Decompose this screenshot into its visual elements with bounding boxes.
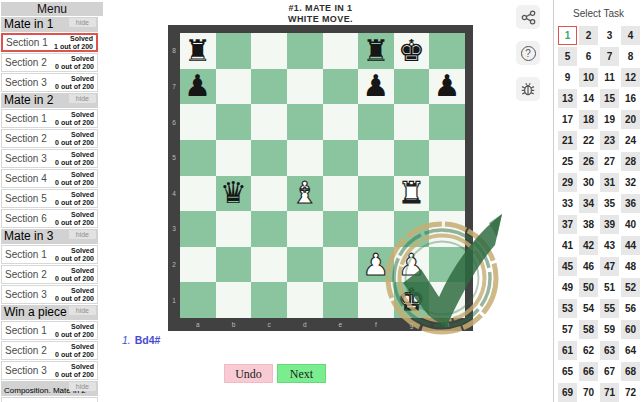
hide-button[interactable]: hide	[69, 306, 96, 315]
square-h8[interactable]	[429, 33, 465, 69]
task-number-28[interactable]: 28	[621, 152, 640, 171]
square-h5[interactable]	[429, 140, 465, 176]
help-button[interactable]: ?	[516, 41, 540, 65]
section-label: Section 1	[5, 249, 47, 260]
rank-label: 5	[168, 140, 180, 176]
rank-label: 6	[168, 104, 180, 140]
section-item[interactable]: Section 1Solved0 out of 200	[1, 321, 98, 340]
square-h2[interactable]	[429, 247, 465, 283]
task-number-13[interactable]: 13	[558, 89, 577, 108]
square-f8[interactable]: ♜	[358, 33, 394, 69]
section-item[interactable]: Section 3Solved0 out of 200	[1, 149, 98, 168]
white-piece-p-f2: ♟	[362, 250, 389, 280]
section-progress: Solved0 out of 200	[55, 246, 94, 263]
task-number-53[interactable]: 53	[558, 299, 577, 318]
task-number-7[interactable]: 7	[600, 47, 619, 66]
square-d3[interactable]	[287, 211, 323, 247]
task-number-30[interactable]: 30	[579, 173, 598, 192]
task-number-18[interactable]: 18	[579, 110, 598, 129]
task-number-16[interactable]: 16	[621, 89, 640, 108]
square-a7[interactable]: ♟	[180, 69, 216, 105]
square-f6[interactable]	[358, 104, 394, 140]
square-d1[interactable]	[287, 282, 323, 318]
white-piece-p-g2: ♟	[398, 250, 425, 280]
square-e1[interactable]	[323, 282, 359, 318]
task-number-25[interactable]: 25	[558, 152, 577, 171]
file-label: f	[358, 318, 394, 331]
section-progress: Solved0 out of 200	[55, 210, 94, 227]
section-progress: Solved0 out of 200	[55, 130, 94, 147]
solved-label: Solved	[55, 287, 94, 295]
task-grid: 1234567891011121314151617181920212223242…	[558, 26, 643, 402]
solved-label: Solved	[55, 75, 94, 83]
solved-label: Solved	[55, 343, 94, 351]
move-list: 1.Bd4#	[122, 334, 160, 346]
solved-label: Solved	[55, 191, 94, 199]
bug-icon	[520, 81, 536, 97]
task-number-38[interactable]: 38	[579, 215, 598, 234]
section-group-title: Win a piece	[4, 305, 67, 319]
task-number-50[interactable]: 50	[579, 278, 598, 297]
rank-label: 8	[168, 33, 180, 69]
next-button[interactable]: Next	[277, 364, 326, 383]
task-number-23[interactable]: 23	[600, 131, 619, 150]
solved-count: 1 out of 200	[54, 43, 93, 51]
task-number-10[interactable]: 10	[579, 68, 598, 87]
section-progress: Solved0 out of 200	[55, 266, 94, 283]
board-squares[interactable]: ♜♜♚♟♟♟♛♝♜♟♟♚	[180, 33, 465, 318]
undo-button[interactable]: Undo	[224, 364, 273, 383]
section-label: Section 5	[5, 193, 47, 204]
task-number-9[interactable]: 9	[558, 68, 577, 87]
section-item[interactable]: Section 1Solved1 out of 200	[1, 33, 98, 52]
task-number-65[interactable]: 65	[558, 362, 577, 381]
task-number-2[interactable]: 2	[579, 26, 598, 45]
task-number-62[interactable]: 62	[579, 341, 598, 360]
section-progress: Solved0 out of 200	[55, 362, 94, 379]
square-g8[interactable]: ♚	[394, 33, 430, 69]
task-number-8[interactable]: 8	[621, 47, 640, 66]
square-f5[interactable]	[358, 140, 394, 176]
task-number-33[interactable]: 33	[558, 194, 577, 213]
task-number-48[interactable]: 48	[621, 257, 640, 276]
solved-label: Solved	[55, 151, 94, 159]
task-number-69[interactable]: 69	[558, 383, 577, 402]
task-number-56[interactable]: 56	[621, 299, 640, 318]
solved-count: 0 out of 200	[55, 179, 94, 187]
solved-count: 0 out of 200	[55, 199, 94, 207]
section-group-header: Win a piecehide	[1, 305, 98, 320]
square-h7[interactable]: ♟	[429, 69, 465, 105]
task-number-34[interactable]: 34	[579, 194, 598, 213]
help-icon: ?	[521, 46, 536, 61]
square-d8[interactable]	[287, 33, 323, 69]
square-a8[interactable]: ♜	[180, 33, 216, 69]
square-e8[interactable]	[323, 33, 359, 69]
black-piece-r-f8: ♜	[362, 36, 389, 66]
task-number-64[interactable]: 64	[621, 341, 640, 360]
square-d5[interactable]	[287, 140, 323, 176]
section-group-title: Mate in 2	[4, 93, 53, 107]
file-label: a	[180, 318, 216, 331]
square-b4[interactable]: ♛	[216, 176, 252, 212]
task-number-20[interactable]: 20	[621, 110, 640, 129]
rank-label: 2	[168, 247, 180, 283]
black-piece-p-f7: ♟	[362, 71, 389, 101]
task-number-68[interactable]: 68	[621, 362, 640, 381]
menu-title: Menu	[1, 2, 103, 16]
task-number-43[interactable]: 43	[600, 236, 619, 255]
task-number-26[interactable]: 26	[579, 152, 598, 171]
square-h3[interactable]	[429, 211, 465, 247]
section-group-header: Mate in 2hide	[1, 93, 98, 108]
task-number-45[interactable]: 45	[558, 257, 577, 276]
task-number-51[interactable]: 51	[600, 278, 619, 297]
section-progress: Solved0 out of 200	[55, 286, 94, 303]
solved-count: 0 out of 200	[55, 331, 94, 339]
section-item[interactable]: Section 2Solved0 out of 200	[1, 129, 98, 148]
puzzle-number-line: #1. MATE IN 1	[168, 3, 473, 14]
square-a6[interactable]	[180, 104, 216, 140]
white-piece-r-g4: ♜	[398, 178, 425, 208]
section-label: Section 3	[5, 77, 47, 88]
square-a3[interactable]	[180, 211, 216, 247]
solved-label: Solved	[54, 35, 93, 43]
task-number-46[interactable]: 46	[579, 257, 598, 276]
section-progress: Solved0 out of 200	[55, 342, 94, 359]
task-number-66[interactable]: 66	[579, 362, 598, 381]
square-c6[interactable]	[251, 104, 287, 140]
solved-count: 0 out of 200	[55, 139, 94, 147]
square-c1[interactable]	[251, 282, 287, 318]
task-number-4[interactable]: 4	[621, 26, 640, 45]
square-h6[interactable]	[429, 104, 465, 140]
section-group-title: Mate in 3	[4, 229, 53, 243]
file-label: h	[429, 318, 465, 331]
square-g2[interactable]: ♟	[394, 247, 430, 283]
solved-count: 0 out of 200	[55, 63, 94, 71]
section-item[interactable]: Section 2Solved0 out of 200	[1, 341, 98, 360]
square-a2[interactable]	[180, 247, 216, 283]
solved-count: 0 out of 200	[55, 83, 94, 91]
file-labels: abcdefgh	[180, 318, 465, 331]
file-label: e	[323, 318, 359, 331]
square-g1[interactable]: ♚	[394, 282, 430, 318]
task-number-40[interactable]: 40	[621, 215, 640, 234]
task-number-12[interactable]: 12	[621, 68, 640, 87]
solved-label: Solved	[55, 211, 94, 219]
task-number-72[interactable]: 72	[621, 383, 640, 402]
solved-label: Solved	[55, 171, 94, 179]
square-e4[interactable]	[323, 176, 359, 212]
chess-board[interactable]: 87654321 abcdefgh ♜♜♚♟♟♟♛♝♜♟♟♚	[168, 25, 473, 331]
section-label: Section 3	[5, 365, 47, 376]
task-number-22[interactable]: 22	[579, 131, 598, 150]
square-b7[interactable]	[216, 69, 252, 105]
square-d2[interactable]	[287, 247, 323, 283]
task-number-60[interactable]: 60	[621, 320, 640, 339]
task-number-58[interactable]: 58	[579, 320, 598, 339]
white-piece-k-g1: ♚	[398, 285, 425, 315]
section-group-header: Composition. Mate in 2hide	[1, 381, 98, 396]
file-label: d	[287, 318, 323, 331]
task-number-37[interactable]: 37	[558, 215, 577, 234]
task-number-44[interactable]: 44	[621, 236, 640, 255]
solved-count: 0 out of 200	[55, 255, 94, 263]
square-h4[interactable]	[429, 176, 465, 212]
task-number-29[interactable]: 29	[558, 173, 577, 192]
square-c3[interactable]	[251, 211, 287, 247]
solved-count: 0 out of 200	[55, 351, 94, 359]
section-label: Section 2	[5, 57, 47, 68]
section-label: Section 4	[5, 173, 47, 184]
section-label: Section 3	[5, 153, 47, 164]
section-item[interactable]: Solved	[1, 397, 98, 402]
task-number-27[interactable]: 27	[600, 152, 619, 171]
solved-label: Solved	[55, 131, 94, 139]
task-number-1[interactable]: 1	[558, 26, 577, 45]
square-f1[interactable]	[358, 282, 394, 318]
section-progress: Solved0 out of 200	[55, 54, 94, 71]
square-f4[interactable]	[358, 176, 394, 212]
task-number-55[interactable]: 55	[600, 299, 619, 318]
rank-label: 1	[168, 282, 180, 318]
task-number-54[interactable]: 54	[579, 299, 598, 318]
rank-label: 7	[168, 69, 180, 105]
square-d7[interactable]	[287, 69, 323, 105]
section-item[interactable]: Section 1Solved0 out of 200	[1, 245, 98, 264]
solved-count: 0 out of 200	[55, 159, 94, 167]
solved-label: Solved	[55, 111, 94, 119]
task-number-41[interactable]: 41	[558, 236, 577, 255]
task-number-59[interactable]: 59	[600, 320, 619, 339]
square-e3[interactable]	[323, 211, 359, 247]
task-number-67[interactable]: 67	[600, 362, 619, 381]
square-g5[interactable]	[394, 140, 430, 176]
move-san: Bd4#	[135, 334, 161, 346]
section-group-header: Mate in 1hide	[1, 17, 98, 32]
hide-button[interactable]: hide	[69, 18, 96, 27]
task-number-11[interactable]: 11	[600, 68, 619, 87]
task-number-70[interactable]: 70	[579, 383, 598, 402]
task-number-31[interactable]: 31	[600, 173, 619, 192]
solved-label: Solved	[55, 55, 94, 63]
task-number-6[interactable]: 6	[579, 47, 598, 66]
section-label: Section 2	[5, 345, 47, 356]
section-item[interactable]: Section 5Solved0 out of 200	[1, 189, 98, 208]
task-number-39[interactable]: 39	[600, 215, 619, 234]
task-number-61[interactable]: 61	[558, 341, 577, 360]
square-g6[interactable]	[394, 104, 430, 140]
side-to-move-line: WHITE MOVE.	[168, 14, 473, 25]
solved-count: 0 out of 200	[55, 371, 94, 379]
section-label: Section 1	[5, 113, 47, 124]
solved-count: 0 out of 200	[55, 119, 94, 127]
square-e2[interactable]	[323, 247, 359, 283]
task-number-52[interactable]: 52	[621, 278, 640, 297]
section-label: Section 3	[5, 289, 47, 300]
square-d6[interactable]	[287, 104, 323, 140]
section-progress: Solved0 out of 200	[55, 110, 94, 127]
task-panel: Select Task 1234567891011121314151617181…	[553, 0, 643, 402]
square-c2[interactable]	[251, 247, 287, 283]
file-label: g	[394, 318, 430, 331]
share-button[interactable]	[516, 5, 540, 29]
task-number-14[interactable]: 14	[579, 89, 598, 108]
black-piece-p-h7: ♟	[434, 71, 461, 101]
sidebar-groups: Mate in 1hideSection 1Solved1 out of 200…	[0, 17, 104, 402]
section-progress: Solved0 out of 200	[55, 322, 94, 339]
section-group-header: Mate in 3hide	[1, 229, 98, 244]
square-f2[interactable]: ♟	[358, 247, 394, 283]
square-h1[interactable]	[429, 282, 465, 318]
section-progress: Solved0 out of 200	[55, 150, 94, 167]
section-item[interactable]: Section 3Solved0 out of 200	[1, 73, 98, 92]
task-number-63[interactable]: 63	[600, 341, 619, 360]
file-label: b	[216, 318, 252, 331]
solved-label: Solved	[55, 323, 94, 331]
task-panel-title: Select Task	[554, 8, 643, 19]
task-number-19[interactable]: 19	[600, 110, 619, 129]
section-progress: Solved1 out of 200	[54, 34, 93, 51]
section-item[interactable]: Section 4Solved0 out of 200	[1, 169, 98, 188]
square-g7[interactable]	[394, 69, 430, 105]
task-number-17[interactable]: 17	[558, 110, 577, 129]
square-d4[interactable]: ♝	[287, 176, 323, 212]
section-item[interactable]: Section 6Solved0 out of 200	[1, 209, 98, 228]
square-b1[interactable]	[216, 282, 252, 318]
section-item[interactable]: Section 2Solved0 out of 200	[1, 53, 98, 72]
task-number-47[interactable]: 47	[600, 257, 619, 276]
square-g3[interactable]	[394, 211, 430, 247]
square-b8[interactable]	[216, 33, 252, 69]
task-number-5[interactable]: 5	[558, 47, 577, 66]
black-piece-k-g8: ♚	[398, 36, 425, 66]
square-b6[interactable]	[216, 104, 252, 140]
move-number: 1.	[122, 334, 131, 346]
task-number-15[interactable]: 15	[600, 89, 619, 108]
task-number-32[interactable]: 32	[621, 173, 640, 192]
task-number-36[interactable]: 36	[621, 194, 640, 213]
solved-label: Solved	[55, 267, 94, 275]
square-b5[interactable]	[216, 140, 252, 176]
solved-label: Solved	[55, 247, 94, 255]
black-piece-q-b4: ♛	[220, 178, 247, 208]
task-number-24[interactable]: 24	[621, 131, 640, 150]
square-a4[interactable]	[180, 176, 216, 212]
hide-button[interactable]: hide	[69, 230, 96, 239]
square-c5[interactable]	[251, 140, 287, 176]
task-number-49[interactable]: 49	[558, 278, 577, 297]
task-number-35[interactable]: 35	[600, 194, 619, 213]
task-number-3[interactable]: 3	[600, 26, 619, 45]
square-e7[interactable]	[323, 69, 359, 105]
square-c7[interactable]	[251, 69, 287, 105]
square-e5[interactable]	[323, 140, 359, 176]
square-c8[interactable]	[251, 33, 287, 69]
square-f3[interactable]	[358, 211, 394, 247]
task-number-42[interactable]: 42	[579, 236, 598, 255]
puzzle-title: #1. MATE IN 1 WHITE MOVE.	[168, 3, 473, 25]
square-g4[interactable]: ♜	[394, 176, 430, 212]
section-item[interactable]: Section 1Solved0 out of 200	[1, 109, 98, 128]
square-f7[interactable]: ♟	[358, 69, 394, 105]
section-progress: Solved0 out of 200	[55, 170, 94, 187]
file-label: c	[251, 318, 287, 331]
rank-labels: 87654321	[168, 33, 180, 318]
section-progress: Solved0 out of 200	[55, 190, 94, 207]
solved-count: 0 out of 200	[55, 219, 94, 227]
rank-label: 4	[168, 176, 180, 212]
section-group-title: Mate in 1	[4, 17, 53, 31]
section-label: Section 6	[5, 213, 47, 224]
share-icon	[521, 10, 536, 25]
white-piece-b-d4: ♝	[291, 178, 318, 208]
section-item[interactable]: Section 3Solved0 out of 200	[1, 285, 98, 304]
section-item[interactable]: Section 2Solved0 out of 200	[1, 265, 98, 284]
task-number-57[interactable]: 57	[558, 320, 577, 339]
sidebar-menu: Menu Mate in 1hideSection 1Solved1 out o…	[0, 0, 104, 402]
section-progress: Solved0 out of 200	[55, 74, 94, 91]
square-c4[interactable]	[251, 176, 287, 212]
hide-button[interactable]: hide	[69, 382, 96, 391]
section-label: Section 2	[5, 269, 47, 280]
rank-label: 3	[168, 211, 180, 247]
hide-button[interactable]: hide	[69, 94, 96, 103]
task-number-21[interactable]: 21	[558, 131, 577, 150]
square-e6[interactable]	[323, 104, 359, 140]
solved-count: 0 out of 200	[55, 275, 94, 283]
square-b2[interactable]	[216, 247, 252, 283]
section-item[interactable]: Section 3Solved0 out of 200	[1, 361, 98, 380]
section-label: Section 1	[5, 325, 47, 336]
task-number-71[interactable]: 71	[600, 383, 619, 402]
section-label: Section 1	[6, 37, 48, 48]
report-bug-button[interactable]	[516, 77, 540, 101]
square-b3[interactable]	[216, 211, 252, 247]
square-a5[interactable]	[180, 140, 216, 176]
solved-label: Solved	[55, 363, 94, 371]
section-label: Section 2	[5, 133, 47, 144]
square-a1[interactable]	[180, 282, 216, 318]
black-piece-r-a8: ♜	[184, 36, 211, 66]
solved-count: 0 out of 200	[55, 295, 94, 303]
black-piece-p-a7: ♟	[184, 71, 211, 101]
